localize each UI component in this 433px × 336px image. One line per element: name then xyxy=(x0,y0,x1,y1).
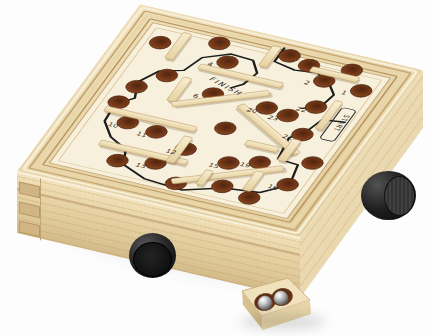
front-tilt-knob[interactable] xyxy=(129,233,176,278)
front-knob-face xyxy=(133,242,172,277)
tray-shadow xyxy=(240,314,326,329)
steel-ball[interactable] xyxy=(258,296,272,310)
right-tilt-knob[interactable] xyxy=(361,171,416,220)
right-knob-face xyxy=(384,176,415,216)
joint-edge-line xyxy=(40,178,41,240)
labyrinth-product-photo: 12461011121315161920212223 START FINISH xyxy=(0,0,433,336)
finger-joint xyxy=(19,201,40,218)
steel-ball[interactable] xyxy=(274,291,288,305)
finger-joint xyxy=(19,181,40,198)
finger-joint xyxy=(19,220,40,237)
